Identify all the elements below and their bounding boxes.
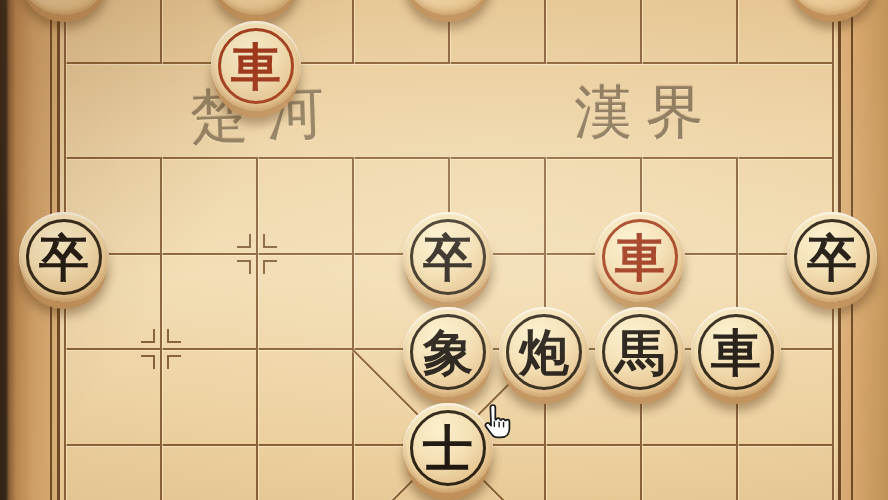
grid-vline-top-file6: [640, 0, 642, 64]
point-marker-f2r6: [263, 260, 277, 274]
point-marker-f1r7: [167, 329, 181, 343]
piece-black-cannon[interactable]: 炮: [499, 307, 589, 397]
point-marker-f2r6: [263, 234, 277, 248]
grid-vline-bottom-file3: [352, 157, 354, 500]
point-marker-f1r7: [141, 355, 155, 369]
piece-glyph: 車: [711, 328, 761, 378]
piece-glyph: 士: [423, 424, 473, 474]
piece-black-soldier-1[interactable]: 卒: [19, 212, 109, 302]
piece-black-advisor[interactable]: 士: [403, 403, 493, 493]
piece-glyph: 車: [615, 233, 665, 283]
point-marker-f1r7: [141, 329, 155, 343]
river-label-han-border: 漢界: [574, 74, 718, 152]
grid-vline-top-file7: [736, 0, 738, 64]
piece-black-elephant[interactable]: 象: [403, 307, 493, 397]
piece-red-chariot-2[interactable]: 車: [595, 212, 685, 302]
grid-vline-bottom-file1: [160, 157, 162, 500]
grid-vline-bottom-file2: [256, 157, 258, 500]
point-marker-f1r7: [167, 355, 181, 369]
piece-black-chariot[interactable]: 車: [691, 307, 781, 397]
xiangqi-app-screen: 楚河 漢界 車卒卒車卒象炮馬車士: [0, 0, 888, 500]
piece-glyph: 炮: [519, 328, 569, 378]
point-marker-f2r6: [237, 260, 251, 274]
piece-glyph: 卒: [39, 233, 89, 283]
piece-red-chariot-1[interactable]: 車: [211, 21, 301, 111]
grid-vline-top-file5: [544, 0, 546, 64]
grid-vline-top-file1: [160, 0, 162, 64]
piece-glyph: 象: [423, 328, 473, 378]
piece-black-soldier-2[interactable]: 卒: [403, 212, 493, 302]
piece-black-soldier-3[interactable]: 卒: [787, 212, 877, 302]
grid-vline-top-file3: [352, 0, 354, 64]
point-marker-f2r6: [237, 234, 251, 248]
piece-glyph: 卒: [423, 233, 473, 283]
piece-glyph: 車: [231, 42, 281, 92]
piece-black-horse[interactable]: 馬: [595, 307, 685, 397]
piece-glyph: 馬: [615, 328, 665, 378]
piece-glyph: 卒: [807, 233, 857, 283]
